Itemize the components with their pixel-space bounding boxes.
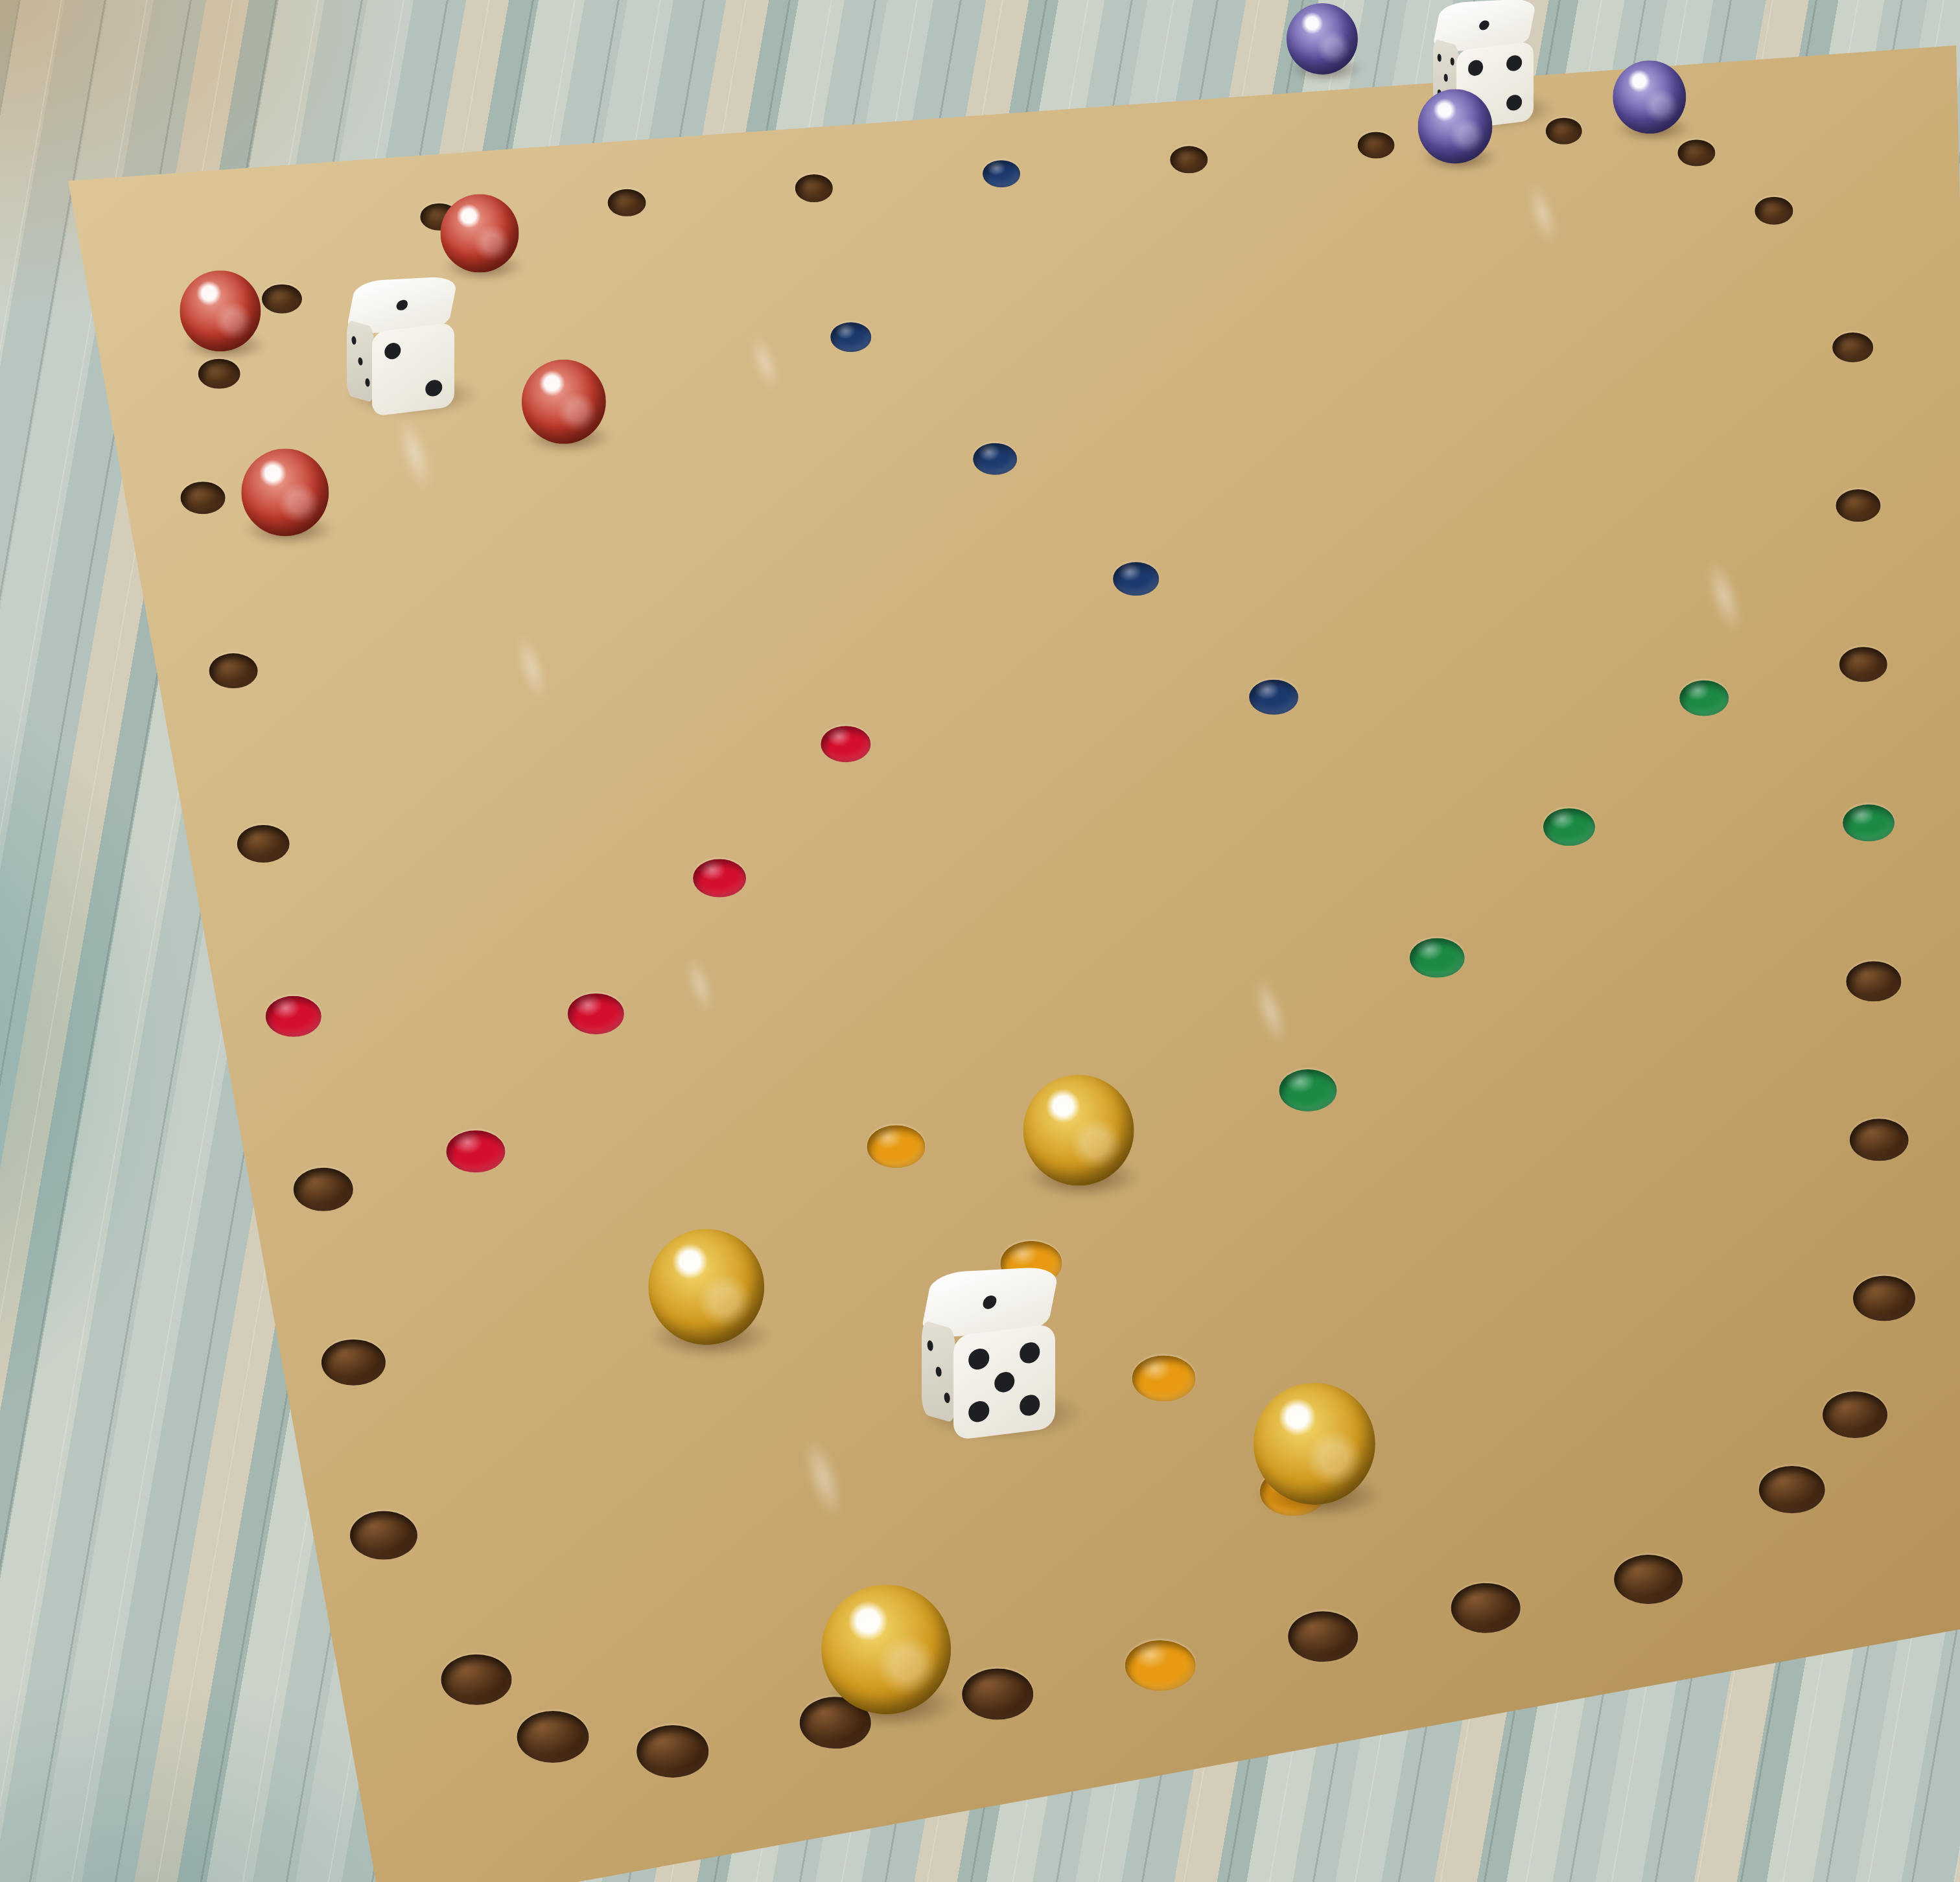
die-pip bbox=[944, 1391, 950, 1403]
track-hole[interactable] bbox=[294, 1168, 353, 1211]
die-pip bbox=[968, 1400, 988, 1423]
track-hole[interactable] bbox=[1545, 118, 1581, 145]
die-pip bbox=[994, 1371, 1014, 1393]
red-marble[interactable] bbox=[180, 270, 261, 351]
track-hole[interactable] bbox=[1171, 146, 1207, 173]
die-front-face bbox=[953, 1323, 1055, 1441]
track-hole[interactable] bbox=[962, 1668, 1034, 1719]
track-hole[interactable] bbox=[237, 825, 290, 863]
die-pip bbox=[351, 336, 356, 345]
blue-home-hole[interactable] bbox=[973, 443, 1017, 475]
track-hole[interactable] bbox=[1451, 1583, 1521, 1633]
board-gloss-glare bbox=[1248, 973, 1292, 1049]
die-pip bbox=[1450, 58, 1454, 67]
die-pip bbox=[936, 1365, 942, 1377]
track-hole[interactable] bbox=[441, 1654, 511, 1704]
die-pip bbox=[1020, 1393, 1040, 1416]
yellow-marble[interactable] bbox=[821, 1585, 951, 1714]
board-gloss-glare bbox=[509, 630, 554, 705]
die-pip bbox=[1478, 20, 1490, 30]
track-hole[interactable] bbox=[1758, 1466, 1825, 1514]
track-hole[interactable] bbox=[1846, 962, 1901, 1001]
track-hole[interactable] bbox=[262, 284, 302, 313]
red-home-hole[interactable] bbox=[693, 859, 746, 898]
track-hole[interactable] bbox=[795, 174, 833, 202]
red-start-hole[interactable] bbox=[265, 996, 321, 1036]
yellow-home-hole[interactable] bbox=[1132, 1355, 1196, 1401]
die-pip bbox=[1468, 60, 1484, 77]
die-pip bbox=[384, 342, 401, 361]
track-hole[interactable] bbox=[1289, 1612, 1359, 1662]
track-hole[interactable] bbox=[1614, 1555, 1683, 1604]
board-gloss-glare bbox=[797, 1433, 850, 1522]
yellow-marble[interactable] bbox=[648, 1229, 764, 1345]
red-home-hole[interactable] bbox=[446, 1130, 505, 1173]
green-home-hole[interactable] bbox=[1279, 1069, 1337, 1111]
purple-marble[interactable] bbox=[1287, 3, 1358, 75]
blue-start-hole[interactable] bbox=[983, 161, 1020, 188]
yellow-marble[interactable] bbox=[1023, 1075, 1134, 1186]
die-pip bbox=[395, 300, 408, 311]
track-hole[interactable] bbox=[1836, 489, 1880, 522]
purple-marble[interactable] bbox=[1417, 89, 1492, 163]
yellow-marble[interactable] bbox=[1254, 1383, 1375, 1505]
board-gloss-glare bbox=[682, 955, 718, 1016]
track-hole[interactable] bbox=[1853, 1276, 1915, 1321]
track-hole[interactable] bbox=[1755, 197, 1793, 225]
blue-home-hole[interactable] bbox=[830, 323, 871, 353]
die-front-face bbox=[372, 323, 454, 417]
die-pip bbox=[1020, 1342, 1040, 1364]
track-hole[interactable] bbox=[607, 189, 646, 216]
die-left-face bbox=[922, 1319, 955, 1423]
white-die-near-yellow-marbles[interactable] bbox=[924, 1270, 1055, 1439]
red-marble[interactable] bbox=[241, 448, 329, 536]
blue-home-hole[interactable] bbox=[1249, 680, 1298, 715]
die-pip bbox=[1507, 95, 1522, 112]
track-hole[interactable] bbox=[1832, 332, 1874, 362]
red-marble[interactable] bbox=[441, 194, 519, 273]
die-pip bbox=[982, 1295, 997, 1309]
die-pip bbox=[366, 377, 370, 387]
green-home-hole[interactable] bbox=[1410, 938, 1465, 978]
die-pip bbox=[1443, 73, 1448, 82]
yellow-start-hole[interactable] bbox=[1125, 1640, 1196, 1691]
track-hole[interactable] bbox=[1678, 139, 1715, 166]
die-pip bbox=[968, 1347, 988, 1370]
yellow-home-hole[interactable] bbox=[867, 1125, 926, 1167]
blue-home-hole[interactable] bbox=[1113, 563, 1160, 596]
green-home-hole[interactable] bbox=[1543, 808, 1595, 846]
track-hole[interactable] bbox=[350, 1511, 417, 1559]
white-die-near-red-marbles[interactable] bbox=[349, 279, 455, 416]
scene bbox=[0, 0, 1960, 1882]
die-pip bbox=[927, 1340, 933, 1351]
red-home-hole[interactable] bbox=[821, 726, 870, 763]
track-hole[interactable] bbox=[321, 1340, 385, 1386]
green-start-hole[interactable] bbox=[1843, 804, 1895, 842]
green-home-hole[interactable] bbox=[1679, 680, 1729, 716]
board-gloss-glare bbox=[1699, 555, 1748, 637]
die-pip bbox=[358, 356, 363, 366]
track-hole[interactable] bbox=[1358, 132, 1395, 159]
board-gloss-glare bbox=[390, 413, 439, 494]
track-hole[interactable] bbox=[517, 1712, 589, 1763]
track-hole[interactable] bbox=[1850, 1119, 1909, 1161]
die-pip bbox=[1438, 54, 1442, 63]
track-hole[interactable] bbox=[181, 482, 226, 514]
die-pip bbox=[426, 379, 442, 398]
board-gloss-glare bbox=[747, 332, 783, 394]
track-hole[interactable] bbox=[636, 1725, 708, 1777]
track-hole[interactable] bbox=[1839, 647, 1888, 682]
track-hole[interactable] bbox=[198, 358, 240, 389]
red-home-hole[interactable] bbox=[568, 993, 624, 1034]
red-marble[interactable] bbox=[522, 360, 606, 444]
board-gloss-glare bbox=[1522, 180, 1563, 248]
die-pip bbox=[1507, 55, 1522, 73]
track-hole[interactable] bbox=[1823, 1391, 1887, 1438]
die-left-face bbox=[347, 319, 374, 404]
purple-marble[interactable] bbox=[1613, 60, 1686, 134]
track-hole[interactable] bbox=[209, 653, 257, 688]
